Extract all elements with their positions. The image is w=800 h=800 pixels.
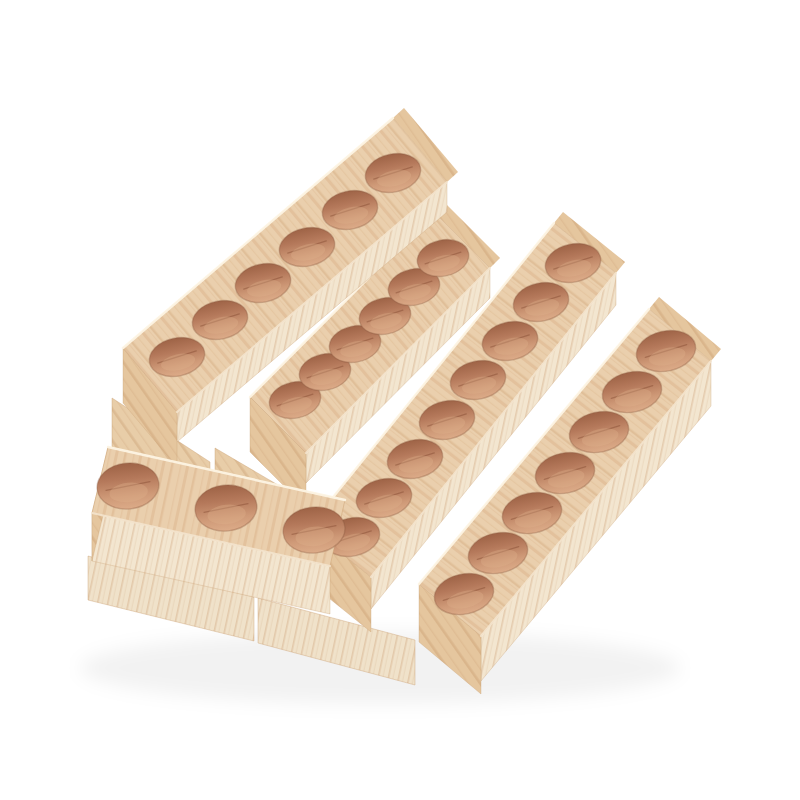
racks-layers — [80, 108, 721, 704]
product-photo-wooden-pit-racks — [0, 0, 800, 800]
wooden-racks-scene — [0, 0, 800, 800]
